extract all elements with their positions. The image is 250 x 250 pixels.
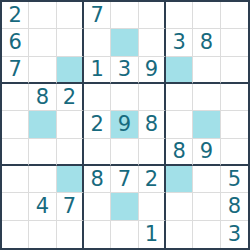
sudoku-cell-r6c3[interactable]	[57, 139, 84, 166]
sudoku-cell-r4c9[interactable]	[221, 84, 248, 111]
sudoku-cell-r1c4[interactable]: 7	[84, 2, 111, 29]
sudoku-cell-r5c1[interactable]	[2, 111, 29, 138]
sudoku-cell-r9c6[interactable]: 1	[139, 221, 166, 248]
sudoku-cell-r2c9[interactable]	[221, 29, 248, 56]
sudoku-cell-r1c8[interactable]	[193, 2, 220, 29]
sudoku-cell-r1c1[interactable]: 2	[2, 2, 29, 29]
sudoku-cell-r6c1[interactable]	[2, 139, 29, 166]
sudoku-cell-r9c9[interactable]: 3	[221, 221, 248, 248]
sudoku-cell-r6c9[interactable]	[221, 139, 248, 166]
sudoku-cell-r2c6[interactable]	[139, 29, 166, 56]
sudoku-cell-r3c2[interactable]	[29, 57, 56, 84]
sudoku-cell-r2c3[interactable]	[57, 29, 84, 56]
sudoku-cell-r2c1[interactable]: 6	[2, 29, 29, 56]
sudoku-cell-r7c4[interactable]: 8	[84, 166, 111, 193]
sudoku-cell-r7c7[interactable]	[166, 166, 193, 193]
sudoku-cell-r3c3[interactable]	[57, 57, 84, 84]
sudoku-cell-r6c8[interactable]: 9	[193, 139, 220, 166]
sudoku-cell-r7c1[interactable]	[2, 166, 29, 193]
sudoku-cell-r9c8[interactable]	[193, 221, 220, 248]
sudoku-cell-r3c8[interactable]	[193, 57, 220, 84]
sudoku-cell-r8c3[interactable]: 7	[57, 193, 84, 220]
sudoku-cell-r8c6[interactable]	[139, 193, 166, 220]
sudoku-cell-r4c2[interactable]: 8	[29, 84, 56, 111]
sudoku-cell-r8c1[interactable]	[2, 193, 29, 220]
sudoku-cell-r3c9[interactable]	[221, 57, 248, 84]
sudoku-cell-r6c5[interactable]	[111, 139, 138, 166]
sudoku-cell-r3c5[interactable]: 3	[111, 57, 138, 84]
sudoku-cell-r5c8[interactable]	[193, 111, 220, 138]
sudoku-cell-r5c2[interactable]	[29, 111, 56, 138]
sudoku-cell-r5c6[interactable]: 8	[139, 111, 166, 138]
sudoku-cell-r7c5[interactable]: 7	[111, 166, 138, 193]
sudoku-cell-r4c5[interactable]	[111, 84, 138, 111]
sudoku-cell-r6c4[interactable]	[84, 139, 111, 166]
sudoku-cell-r4c4[interactable]	[84, 84, 111, 111]
sudoku-cell-r6c2[interactable]	[29, 139, 56, 166]
sudoku-cell-r1c2[interactable]	[29, 2, 56, 29]
sudoku-board: 2763871398229889872547813	[0, 0, 250, 250]
sudoku-cell-r7c2[interactable]	[29, 166, 56, 193]
sudoku-cell-r2c7[interactable]: 3	[166, 29, 193, 56]
sudoku-cell-r9c3[interactable]	[57, 221, 84, 248]
sudoku-cell-r8c4[interactable]	[84, 193, 111, 220]
sudoku-cell-r2c8[interactable]: 8	[193, 29, 220, 56]
sudoku-cell-r9c4[interactable]	[84, 221, 111, 248]
sudoku-cell-r9c7[interactable]	[166, 221, 193, 248]
sudoku-cell-r2c4[interactable]	[84, 29, 111, 56]
sudoku-cell-r8c7[interactable]	[166, 193, 193, 220]
sudoku-cell-r5c4[interactable]: 2	[84, 111, 111, 138]
sudoku-cell-r4c3[interactable]: 2	[57, 84, 84, 111]
sudoku-cell-r5c5[interactable]: 9	[111, 111, 138, 138]
sudoku-cell-r7c6[interactable]: 2	[139, 166, 166, 193]
sudoku-cell-r4c8[interactable]	[193, 84, 220, 111]
sudoku-cell-r8c5[interactable]	[111, 193, 138, 220]
sudoku-cell-r9c1[interactable]	[2, 221, 29, 248]
sudoku-cell-r4c6[interactable]	[139, 84, 166, 111]
sudoku-cell-r1c3[interactable]	[57, 2, 84, 29]
sudoku-cell-r6c7[interactable]: 8	[166, 139, 193, 166]
sudoku-cell-r7c8[interactable]	[193, 166, 220, 193]
sudoku-cell-r9c2[interactable]	[29, 221, 56, 248]
sudoku-cell-r3c1[interactable]: 7	[2, 57, 29, 84]
sudoku-cell-r3c7[interactable]	[166, 57, 193, 84]
sudoku-cell-r8c2[interactable]: 4	[29, 193, 56, 220]
sudoku-cell-r9c5[interactable]	[111, 221, 138, 248]
sudoku-cell-r5c9[interactable]	[221, 111, 248, 138]
sudoku-cell-r1c6[interactable]	[139, 2, 166, 29]
sudoku-cell-r5c3[interactable]	[57, 111, 84, 138]
sudoku-cell-r4c1[interactable]	[2, 84, 29, 111]
sudoku-cell-r1c9[interactable]	[221, 2, 248, 29]
sudoku-cell-r8c8[interactable]	[193, 193, 220, 220]
sudoku-cell-r2c5[interactable]	[111, 29, 138, 56]
sudoku-cell-r5c7[interactable]	[166, 111, 193, 138]
sudoku-cell-r1c7[interactable]	[166, 2, 193, 29]
sudoku-cell-r7c9[interactable]: 5	[221, 166, 248, 193]
sudoku-cell-r6c6[interactable]	[139, 139, 166, 166]
sudoku-cell-r1c5[interactable]	[111, 2, 138, 29]
sudoku-cell-r7c3[interactable]	[57, 166, 84, 193]
sudoku-cell-r4c7[interactable]	[166, 84, 193, 111]
sudoku-cell-r2c2[interactable]	[29, 29, 56, 56]
sudoku-cell-r3c6[interactable]: 9	[139, 57, 166, 84]
sudoku-cell-r3c4[interactable]: 1	[84, 57, 111, 84]
sudoku-cell-r8c9[interactable]: 8	[221, 193, 248, 220]
